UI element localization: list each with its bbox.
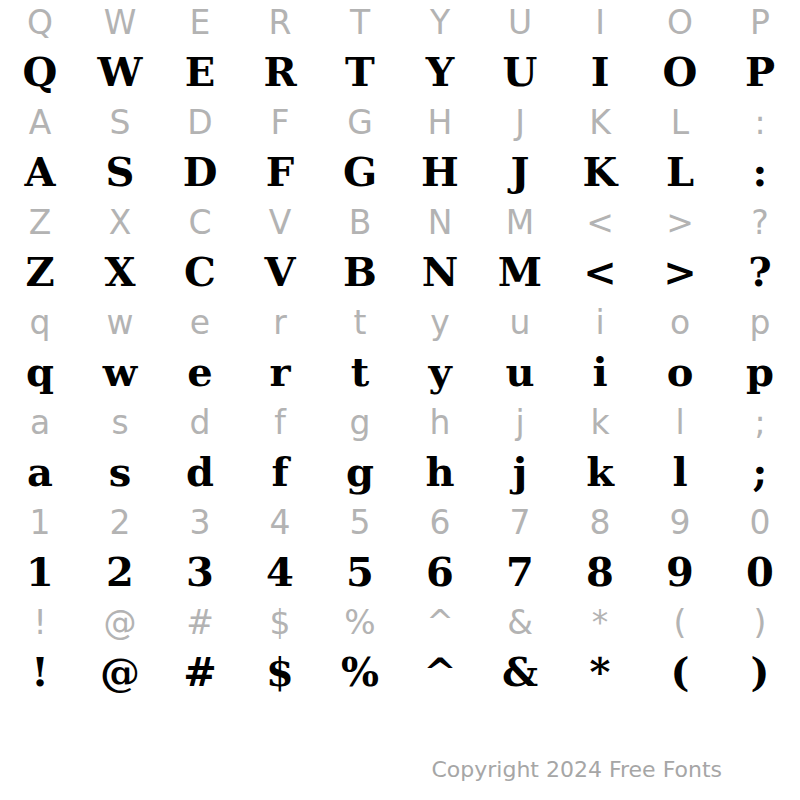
glyph-cell: 2 [80,544,160,600]
glyph-cell: M [480,200,560,244]
glyph-cell: y [400,344,480,400]
glyph-cell: r [240,300,320,344]
glyph-cell: V [240,244,320,300]
glyph-cell: 6 [400,500,480,544]
glyph-grid: QWERTYUIOPQWERTYUIOPASDFGHJKL:ASDFGHJKL:… [0,0,800,700]
glyph-cell: % [320,600,400,644]
glyph-cell: ; [720,400,800,444]
glyph-cell: M [480,244,560,300]
font-specimen-sheet: QWERTYUIOPQWERTYUIOPASDFGHJKL:ASDFGHJKL:… [0,0,800,800]
glyph-cell: 9 [640,544,720,600]
glyph-cell: d [160,400,240,444]
glyph-cell: Y [400,44,480,100]
glyph-cell: > [640,244,720,300]
glyph-cell: B [320,200,400,244]
glyph-cell: Q [0,0,80,44]
glyph-cell: e [160,300,240,344]
glyph-cell: F [240,100,320,144]
glyph-cell: S [80,100,160,144]
glyph-cell: # [160,600,240,644]
glyph-cell: t [320,344,400,400]
glyph-cell: V [240,200,320,244]
glyph-cell: C [160,200,240,244]
glyph-cell: l [640,400,720,444]
glyph-cell: * [560,600,640,644]
glyph-cell: > [640,200,720,244]
glyph-cell: 4 [240,500,320,544]
glyph-cell: : [720,144,800,200]
glyph-cell: 7 [480,544,560,600]
glyph-cell: 3 [160,544,240,600]
glyph-cell: E [160,44,240,100]
glyph-cell: W [80,0,160,44]
glyph-cell: u [480,344,560,400]
glyph-cell: 8 [560,544,640,600]
glyph-cell: u [480,300,560,344]
glyph-cell: & [480,644,560,700]
glyph-cell: R [240,0,320,44]
glyph-cell: $ [240,644,320,700]
glyph-cell: R [240,44,320,100]
glyph-cell: B [320,244,400,300]
glyph-cell: N [400,200,480,244]
glyph-cell: P [720,0,800,44]
glyph-cell: A [0,144,80,200]
glyph-cell: L [640,100,720,144]
glyph-cell: j [480,400,560,444]
glyph-cell: C [160,244,240,300]
glyph-cell: ^ [400,644,480,700]
glyph-cell: J [480,144,560,200]
glyph-cell: ! [0,644,80,700]
glyph-cell: 5 [320,500,400,544]
glyph-cell: 1 [0,544,80,600]
glyph-cell: G [320,100,400,144]
glyph-cell: o [640,300,720,344]
copyright-text: Copyright 2024 Free Fonts [431,757,722,782]
glyph-cell: q [0,344,80,400]
glyph-cell: % [320,644,400,700]
glyph-cell: w [80,344,160,400]
glyph-cell: : [720,100,800,144]
glyph-cell: j [480,444,560,500]
glyph-cell: k [560,400,640,444]
glyph-cell: s [80,400,160,444]
glyph-cell: ^ [400,600,480,644]
glyph-cell: N [400,244,480,300]
glyph-cell: K [560,100,640,144]
glyph-cell: g [320,400,400,444]
glyph-cell: O [640,0,720,44]
glyph-cell: 1 [0,500,80,544]
glyph-cell: 3 [160,500,240,544]
glyph-cell: h [400,400,480,444]
glyph-cell: W [80,44,160,100]
glyph-cell: # [160,644,240,700]
glyph-cell: H [400,144,480,200]
glyph-cell: i [560,344,640,400]
glyph-cell: J [480,100,560,144]
glyph-cell: T [320,0,400,44]
glyph-cell: w [80,300,160,344]
glyph-cell: K [560,144,640,200]
glyph-cell: 8 [560,500,640,544]
glyph-cell: Z [0,244,80,300]
glyph-cell: 5 [320,544,400,600]
glyph-cell: e [160,344,240,400]
glyph-cell: E [160,0,240,44]
glyph-cell: a [0,400,80,444]
glyph-cell: * [560,644,640,700]
glyph-cell: h [400,444,480,500]
glyph-cell: l [640,444,720,500]
glyph-cell: S [80,144,160,200]
glyph-cell: @ [80,644,160,700]
glyph-cell: ; [720,444,800,500]
glyph-cell: a [0,444,80,500]
glyph-cell: s [80,444,160,500]
glyph-cell: r [240,344,320,400]
glyph-cell: ! [0,600,80,644]
glyph-cell: T [320,44,400,100]
glyph-cell: i [560,300,640,344]
glyph-cell: k [560,444,640,500]
glyph-cell: y [400,300,480,344]
glyph-cell: t [320,300,400,344]
glyph-cell: X [80,244,160,300]
glyph-cell: Q [0,44,80,100]
glyph-cell: o [640,344,720,400]
glyph-cell: f [240,444,320,500]
glyph-cell: q [0,300,80,344]
glyph-cell: Y [400,0,480,44]
glyph-cell: 4 [240,544,320,600]
glyph-cell: ? [720,200,800,244]
glyph-cell: A [0,100,80,144]
glyph-cell: ( [640,644,720,700]
glyph-cell: G [320,144,400,200]
glyph-cell: 0 [720,544,800,600]
glyph-cell: p [720,300,800,344]
glyph-cell: ? [720,244,800,300]
glyph-cell: @ [80,600,160,644]
glyph-cell: I [560,0,640,44]
glyph-cell: U [480,44,560,100]
glyph-cell: ) [720,600,800,644]
glyph-cell: D [160,144,240,200]
glyph-cell: ( [640,600,720,644]
glyph-cell: 6 [400,544,480,600]
glyph-cell: < [560,244,640,300]
glyph-cell: D [160,100,240,144]
glyph-cell: Z [0,200,80,244]
glyph-cell: p [720,344,800,400]
glyph-cell: F [240,144,320,200]
glyph-cell: L [640,144,720,200]
glyph-cell: U [480,0,560,44]
glyph-cell: f [240,400,320,444]
glyph-cell: ) [720,644,800,700]
glyph-cell: $ [240,600,320,644]
glyph-cell: g [320,444,400,500]
glyph-cell: 0 [720,500,800,544]
glyph-cell: & [480,600,560,644]
glyph-cell: < [560,200,640,244]
glyph-cell: I [560,44,640,100]
glyph-cell: X [80,200,160,244]
glyph-cell: 7 [480,500,560,544]
glyph-cell: H [400,100,480,144]
glyph-cell: P [720,44,800,100]
glyph-cell: O [640,44,720,100]
glyph-cell: 9 [640,500,720,544]
glyph-cell: 2 [80,500,160,544]
glyph-cell: d [160,444,240,500]
